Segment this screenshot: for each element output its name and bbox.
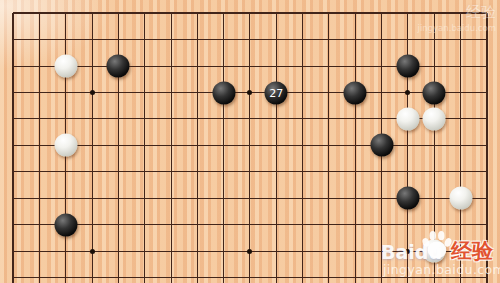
intersection[interactable] (263, 132, 289, 158)
intersection[interactable] (105, 264, 131, 283)
go-diagram-screenshot: 27 Baidu 经验 jingyan.baidu.com 经验 jingyan… (0, 0, 500, 283)
intersection[interactable] (289, 0, 315, 26)
intersection[interactable] (158, 212, 184, 238)
intersection[interactable] (316, 132, 342, 158)
intersection[interactable] (158, 185, 184, 211)
intersection[interactable] (132, 0, 158, 26)
intersection[interactable] (53, 53, 79, 79)
intersection[interactable] (289, 79, 315, 105)
intersection[interactable] (0, 185, 26, 211)
intersection[interactable] (158, 26, 184, 52)
intersection[interactable] (474, 185, 500, 211)
hoshi-point (90, 249, 95, 254)
intersection[interactable] (53, 238, 79, 264)
intersection[interactable] (237, 106, 263, 132)
intersection[interactable] (132, 106, 158, 132)
intersection[interactable] (0, 132, 26, 158)
intersection[interactable] (263, 159, 289, 185)
intersection[interactable] (211, 26, 237, 52)
intersection[interactable] (237, 79, 263, 105)
intersection[interactable] (158, 264, 184, 283)
intersection[interactable] (395, 53, 421, 79)
hoshi-point (90, 90, 95, 95)
intersection[interactable] (289, 106, 315, 132)
intersection[interactable] (105, 212, 131, 238)
intersection[interactable] (421, 132, 447, 158)
intersection[interactable] (421, 79, 447, 105)
intersection[interactable] (26, 132, 52, 158)
intersection[interactable] (237, 238, 263, 264)
intersection[interactable] (158, 238, 184, 264)
intersection[interactable] (237, 185, 263, 211)
intersection[interactable] (79, 159, 105, 185)
intersection[interactable] (105, 238, 131, 264)
white-stone (396, 107, 419, 130)
intersection[interactable] (395, 159, 421, 185)
intersection[interactable] (53, 132, 79, 158)
intersection[interactable] (289, 212, 315, 238)
baidu-paw-icon (420, 228, 454, 262)
intersection[interactable] (26, 0, 52, 26)
intersection[interactable] (368, 106, 394, 132)
intersection[interactable] (342, 185, 368, 211)
intersection[interactable] (447, 185, 473, 211)
intersection[interactable] (0, 0, 26, 26)
black-stone (396, 187, 419, 210)
intersection[interactable] (105, 53, 131, 79)
intersection[interactable] (263, 106, 289, 132)
intersection[interactable] (342, 159, 368, 185)
intersection[interactable] (184, 264, 210, 283)
intersection[interactable] (53, 79, 79, 105)
intersection[interactable] (237, 26, 263, 52)
intersection[interactable] (0, 238, 26, 264)
intersection[interactable] (132, 26, 158, 52)
intersection[interactable] (132, 159, 158, 185)
intersection[interactable] (342, 212, 368, 238)
intersection[interactable] (53, 159, 79, 185)
intersection[interactable] (132, 212, 158, 238)
black-stone (212, 81, 235, 104)
black-stone (344, 81, 367, 104)
intersection[interactable] (263, 26, 289, 52)
intersection[interactable] (316, 185, 342, 211)
intersection[interactable] (421, 53, 447, 79)
intersection[interactable] (474, 79, 500, 105)
intersection[interactable] (289, 53, 315, 79)
intersection[interactable] (53, 264, 79, 283)
intersection[interactable] (237, 53, 263, 79)
white-stone (54, 55, 77, 78)
intersection[interactable] (211, 106, 237, 132)
intersection[interactable] (184, 159, 210, 185)
intersection[interactable] (26, 106, 52, 132)
intersection[interactable] (79, 106, 105, 132)
black-stone (423, 81, 446, 104)
intersection[interactable] (184, 79, 210, 105)
hoshi-point (405, 90, 410, 95)
intersection[interactable] (158, 53, 184, 79)
intersection[interactable] (79, 26, 105, 52)
intersection[interactable] (368, 185, 394, 211)
white-stone (449, 187, 472, 210)
intersection[interactable] (105, 106, 131, 132)
intersection[interactable] (316, 79, 342, 105)
white-stone (54, 134, 77, 157)
intersection[interactable] (53, 212, 79, 238)
intersection[interactable] (421, 185, 447, 211)
intersection[interactable] (158, 132, 184, 158)
intersection[interactable] (26, 79, 52, 105)
intersection[interactable] (316, 159, 342, 185)
intersection[interactable] (342, 79, 368, 105)
intersection[interactable] (211, 159, 237, 185)
intersection[interactable] (0, 106, 26, 132)
intersection[interactable] (79, 53, 105, 79)
intersection[interactable] (342, 238, 368, 264)
intersection[interactable] (263, 264, 289, 283)
intersection[interactable] (395, 185, 421, 211)
intersection[interactable] (237, 159, 263, 185)
intersection[interactable] (368, 79, 394, 105)
intersection[interactable] (0, 53, 26, 79)
intersection[interactable] (395, 132, 421, 158)
intersection[interactable] (158, 79, 184, 105)
intersection[interactable] (184, 53, 210, 79)
jingyan-cn-text: 经验 (451, 237, 493, 265)
intersection[interactable] (211, 79, 237, 105)
intersection[interactable] (211, 53, 237, 79)
white-stone (423, 107, 446, 130)
black-stone (107, 55, 130, 78)
hoshi-point (247, 249, 252, 254)
intersection[interactable] (474, 132, 500, 158)
intersection[interactable] (342, 132, 368, 158)
intersection[interactable] (132, 185, 158, 211)
intersection[interactable] (211, 264, 237, 283)
intersection[interactable] (474, 159, 500, 185)
intersection[interactable] (53, 26, 79, 52)
intersection[interactable] (184, 0, 210, 26)
intersection[interactable] (474, 53, 500, 79)
intersection[interactable] (316, 26, 342, 52)
intersection[interactable] (289, 185, 315, 211)
intersection[interactable] (132, 79, 158, 105)
baidu-watermark: Baidu 经验 jingyan.baidu.com (380, 228, 500, 280)
intersection[interactable] (368, 0, 394, 26)
intersection[interactable] (368, 26, 394, 52)
intersection[interactable] (263, 53, 289, 79)
intersection[interactable] (26, 264, 52, 283)
intersection[interactable] (105, 79, 131, 105)
intersection[interactable] (342, 53, 368, 79)
intersection[interactable] (289, 132, 315, 158)
black-stone: 27 (265, 81, 288, 104)
intersection[interactable] (263, 185, 289, 211)
intersection[interactable] (158, 159, 184, 185)
intersection[interactable] (26, 53, 52, 79)
corner-cn-text: 经验 (418, 3, 496, 22)
intersection[interactable] (368, 159, 394, 185)
intersection[interactable] (316, 53, 342, 79)
intersection[interactable] (184, 238, 210, 264)
intersection[interactable] (368, 132, 394, 158)
intersection[interactable] (237, 132, 263, 158)
intersection[interactable] (184, 26, 210, 52)
intersection[interactable] (79, 264, 105, 283)
intersection[interactable] (184, 212, 210, 238)
intersection[interactable] (0, 26, 26, 52)
intersection[interactable] (289, 264, 315, 283)
intersection[interactable] (211, 212, 237, 238)
intersection[interactable] (0, 212, 26, 238)
intersection[interactable] (53, 0, 79, 26)
intersection[interactable] (79, 132, 105, 158)
intersection[interactable] (447, 53, 473, 79)
intersection[interactable] (105, 132, 131, 158)
intersection[interactable] (184, 185, 210, 211)
intersection[interactable] (395, 79, 421, 105)
intersection[interactable] (53, 106, 79, 132)
intersection[interactable] (26, 185, 52, 211)
intersection[interactable] (342, 106, 368, 132)
black-stone (54, 213, 77, 236)
intersection[interactable] (79, 0, 105, 26)
intersection[interactable] (289, 159, 315, 185)
intersection[interactable] (447, 79, 473, 105)
corner-url-text: jingyan.baidu.com (418, 23, 496, 33)
intersection[interactable] (342, 264, 368, 283)
intersection[interactable] (26, 238, 52, 264)
intersection[interactable] (421, 159, 447, 185)
intersection[interactable] (158, 106, 184, 132)
intersection[interactable] (0, 159, 26, 185)
intersection[interactable] (53, 185, 79, 211)
intersection[interactable] (211, 132, 237, 158)
intersection[interactable] (105, 26, 131, 52)
jingyan-url-text: jingyan.baidu.com (383, 262, 500, 277)
intersection[interactable]: 27 (263, 79, 289, 105)
corner-watermark: 经验 jingyan.baidu.com (418, 3, 496, 33)
intersection[interactable] (395, 106, 421, 132)
intersection[interactable] (132, 264, 158, 283)
intersection[interactable] (474, 106, 500, 132)
intersection[interactable] (237, 212, 263, 238)
intersection[interactable] (368, 53, 394, 79)
intersection[interactable] (421, 106, 447, 132)
intersection[interactable] (289, 238, 315, 264)
intersection[interactable] (26, 159, 52, 185)
intersection[interactable] (289, 26, 315, 52)
black-stone (370, 134, 393, 157)
intersection[interactable] (447, 132, 473, 158)
intersection[interactable] (316, 212, 342, 238)
intersection[interactable] (132, 238, 158, 264)
intersection[interactable] (158, 0, 184, 26)
intersection[interactable] (447, 159, 473, 185)
intersection[interactable] (316, 264, 342, 283)
intersection[interactable] (184, 106, 210, 132)
intersection[interactable] (316, 238, 342, 264)
intersection[interactable] (26, 26, 52, 52)
intersection[interactable] (105, 159, 131, 185)
intersection[interactable] (342, 0, 368, 26)
intersection[interactable] (0, 264, 26, 283)
intersection[interactable] (263, 212, 289, 238)
intersection[interactable] (79, 185, 105, 211)
intersection[interactable] (79, 212, 105, 238)
hoshi-point (247, 90, 252, 95)
intersection[interactable] (316, 0, 342, 26)
intersection[interactable] (316, 106, 342, 132)
intersection[interactable] (211, 238, 237, 264)
intersection[interactable] (211, 0, 237, 26)
intersection[interactable] (447, 106, 473, 132)
intersection[interactable] (79, 79, 105, 105)
intersection[interactable] (0, 79, 26, 105)
black-stone (396, 55, 419, 78)
intersection[interactable] (26, 212, 52, 238)
intersection[interactable] (211, 185, 237, 211)
intersection[interactable] (237, 264, 263, 283)
intersection[interactable] (105, 0, 131, 26)
intersection[interactable] (263, 0, 289, 26)
intersection[interactable] (237, 0, 263, 26)
move-number-label: 27 (269, 87, 283, 98)
intersection[interactable] (263, 238, 289, 264)
intersection[interactable] (342, 26, 368, 52)
intersection[interactable] (184, 132, 210, 158)
intersection[interactable] (79, 238, 105, 264)
intersection[interactable] (105, 185, 131, 211)
intersection[interactable] (132, 53, 158, 79)
intersection[interactable] (132, 132, 158, 158)
